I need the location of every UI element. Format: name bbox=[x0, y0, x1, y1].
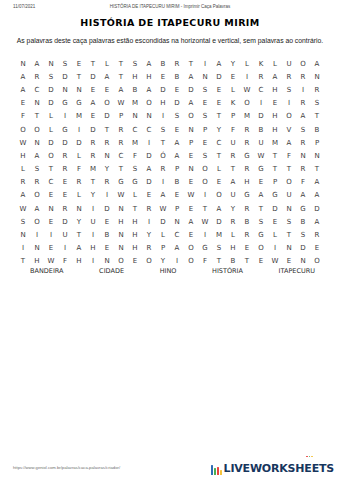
grid-cell-r11c1: A bbox=[16, 189, 30, 202]
grid-cell-r5c9: N bbox=[128, 110, 142, 123]
grid-cell-r4c8: W bbox=[114, 97, 128, 110]
grid-cell-r3c17: W bbox=[240, 83, 254, 96]
grid-cell-r13c4: D bbox=[58, 215, 72, 228]
grid-cell-r12c22: D bbox=[310, 202, 324, 215]
grid-cell-r13c9: H bbox=[128, 215, 142, 228]
grid-cell-r14c15: M bbox=[212, 228, 226, 241]
grid-cell-r7c2: N bbox=[30, 136, 44, 149]
grid-cell-r10c4: E bbox=[58, 176, 72, 189]
grid-cell-r2c15: D bbox=[212, 70, 226, 83]
instruction-text: As palavras deste caça palavras estão es… bbox=[0, 37, 340, 44]
grid-cell-r12c8: N bbox=[114, 202, 128, 215]
grid-cell-r10c1: R bbox=[16, 176, 30, 189]
grid-cell-r7c17: R bbox=[240, 136, 254, 149]
grid-cell-r3c20: S bbox=[282, 83, 296, 96]
grid-cell-r10c13: E bbox=[184, 176, 198, 189]
grid-cell-r8c8: C bbox=[114, 149, 128, 162]
grid-cell-r3c15: E bbox=[212, 83, 226, 96]
grid-cell-r6c9: C bbox=[128, 123, 142, 136]
grid-cell-r10c2: R bbox=[30, 176, 44, 189]
word-grid: NANSETLTSABRTIAYLKLUOAARSDTDATHHEBANDEIR… bbox=[16, 57, 324, 268]
grid-cell-r12c17: R bbox=[240, 202, 254, 215]
grid-cell-r1c3: N bbox=[44, 57, 58, 70]
grid-cell-r13c14: W bbox=[198, 215, 212, 228]
grid-cell-r5c8: P bbox=[114, 110, 128, 123]
grid-cell-r5c17: M bbox=[240, 110, 254, 123]
grid-cell-r14c21: S bbox=[296, 228, 310, 241]
grid-cell-r13c17: B bbox=[240, 215, 254, 228]
grid-cell-r3c12: E bbox=[170, 83, 184, 96]
grid-cell-r8c22: N bbox=[310, 149, 324, 162]
grid-cell-r13c2: O bbox=[30, 215, 44, 228]
grid-cell-r2c8: T bbox=[114, 70, 128, 83]
grid-cell-r7c12: A bbox=[170, 136, 184, 149]
print-header: 11/07/2021 HISTÓRIA DE ITAPECURU MIRIM -… bbox=[0, 4, 340, 12]
grid-cell-r5c5: M bbox=[72, 110, 86, 123]
grid-cell-r1c20: U bbox=[282, 57, 296, 70]
grid-cell-r14c9: H bbox=[128, 228, 142, 241]
grid-cell-r11c14: I bbox=[198, 189, 212, 202]
grid-cell-r7c22: P bbox=[310, 136, 324, 149]
grid-cell-r11c12: E bbox=[170, 189, 184, 202]
grid-cell-r4c9: M bbox=[128, 97, 142, 110]
grid-cell-r4c5: G bbox=[72, 97, 86, 110]
grid-cell-r5c18: D bbox=[254, 110, 268, 123]
grid-cell-r4c12: D bbox=[170, 97, 184, 110]
grid-cell-r15c1: I bbox=[16, 242, 30, 255]
grid-cell-r7c19: M bbox=[268, 136, 282, 149]
grid-cell-r15c11: P bbox=[156, 242, 170, 255]
grid-cell-r4c4: G bbox=[58, 97, 72, 110]
grid-cell-r2c2: R bbox=[30, 70, 44, 83]
grid-cell-r13c8: H bbox=[114, 215, 128, 228]
grid-cell-r2c9: H bbox=[128, 70, 142, 83]
grid-cell-r9c16: T bbox=[226, 163, 240, 176]
grid-cell-r12c2: A bbox=[30, 202, 44, 215]
grid-cell-r15c19: I bbox=[268, 242, 282, 255]
grid-cell-r8c5: L bbox=[72, 149, 86, 162]
grid-cell-r15c12: A bbox=[170, 242, 184, 255]
grid-cell-r11c18: A bbox=[254, 189, 268, 202]
grid-cell-r3c11: D bbox=[156, 83, 170, 96]
grid-cell-r8c15: T bbox=[212, 149, 226, 162]
grid-cell-r10c14: O bbox=[198, 176, 212, 189]
grid-cell-r3c19: H bbox=[268, 83, 282, 96]
grid-cell-r7c7: R bbox=[100, 136, 114, 149]
grid-cell-r7c21: R bbox=[296, 136, 310, 149]
grid-cell-r2c7: A bbox=[100, 70, 114, 83]
grid-cell-r7c4: D bbox=[58, 136, 72, 149]
grid-cell-r11c10: E bbox=[142, 189, 156, 202]
grid-cell-r1c5: E bbox=[72, 57, 86, 70]
grid-cell-r8c13: E bbox=[184, 149, 198, 162]
grid-cell-r14c12: C bbox=[170, 228, 184, 241]
grid-cell-r9c1: L bbox=[16, 163, 30, 176]
grid-cell-r1c1: N bbox=[16, 57, 30, 70]
word-list-item: HINO bbox=[160, 267, 177, 275]
grid-cell-r12c18: T bbox=[254, 202, 268, 215]
grid-cell-r14c6: I bbox=[86, 228, 100, 241]
grid-cell-r5c14: S bbox=[198, 110, 212, 123]
grid-cell-r3c10: A bbox=[142, 83, 156, 96]
logo-text-wrap: LIVEWORKSHEETS bbox=[224, 458, 334, 476]
grid-cell-r15c5: A bbox=[72, 242, 86, 255]
grid-cell-r13c20: S bbox=[282, 215, 296, 228]
grid-cell-r6c8: R bbox=[114, 123, 128, 136]
grid-cell-r15c21: D bbox=[296, 242, 310, 255]
grid-cell-r9c10: A bbox=[142, 163, 156, 176]
grid-cell-r2c21: R bbox=[296, 70, 310, 83]
grid-cell-r12c14: T bbox=[198, 202, 212, 215]
grid-cell-r5c12: S bbox=[170, 110, 184, 123]
grid-cell-r10c12: B bbox=[170, 176, 184, 189]
grid-cell-r11c5: L bbox=[72, 189, 86, 202]
grid-cell-r10c16: A bbox=[226, 176, 240, 189]
grid-cell-r12c1: W bbox=[16, 202, 30, 215]
grid-cell-r14c16: L bbox=[226, 228, 240, 241]
grid-cell-r14c2: I bbox=[30, 228, 44, 241]
grid-cell-r4c1: E bbox=[16, 97, 30, 110]
grid-cell-r8c7: N bbox=[100, 149, 114, 162]
grid-cell-r14c13: E bbox=[184, 228, 198, 241]
grid-cell-r7c3: D bbox=[44, 136, 58, 149]
grid-cell-r13c19: E bbox=[268, 215, 282, 228]
grid-cell-r13c11: D bbox=[156, 215, 170, 228]
grid-cell-r12c12: P bbox=[170, 202, 184, 215]
grid-cell-r15c7: E bbox=[100, 242, 114, 255]
liveworksheets-logo: LIVEWORKSHEETS bbox=[211, 458, 334, 476]
grid-cell-r9c3: T bbox=[44, 163, 58, 176]
grid-cell-r8c10: D bbox=[142, 149, 156, 162]
grid-cell-r15c4: I bbox=[58, 242, 72, 255]
grid-cell-r10c19: P bbox=[268, 176, 282, 189]
grid-cell-r14c5: T bbox=[72, 228, 86, 241]
grid-cell-r12c3: N bbox=[44, 202, 58, 215]
grid-cell-r2c13: A bbox=[184, 70, 198, 83]
grid-cell-r11c15: O bbox=[212, 189, 226, 202]
grid-cell-r12c6: I bbox=[86, 202, 100, 215]
grid-cell-r14c17: R bbox=[240, 228, 254, 241]
grid-cell-r14c8: N bbox=[114, 228, 128, 241]
grid-cell-r14c19: L bbox=[268, 228, 282, 241]
grid-cell-r9c9: S bbox=[128, 163, 142, 176]
grid-cell-r3c3: D bbox=[44, 83, 58, 96]
grid-cell-r10c9: G bbox=[128, 176, 142, 189]
grid-cell-r6c22: B bbox=[310, 123, 324, 136]
grid-cell-r5c3: L bbox=[44, 110, 58, 123]
grid-cell-r7c14: E bbox=[198, 136, 212, 149]
grid-cell-r1c15: A bbox=[212, 57, 226, 70]
grid-cell-r6c14: P bbox=[198, 123, 212, 136]
grid-cell-r5c11: I bbox=[156, 110, 170, 123]
grid-cell-r14c10: Y bbox=[142, 228, 156, 241]
grid-cell-r14c20: T bbox=[282, 228, 296, 241]
grid-cell-r2c22: N bbox=[310, 70, 324, 83]
grid-cell-r7c9: M bbox=[128, 136, 142, 149]
grid-cell-r11c4: E bbox=[58, 189, 72, 202]
grid-cell-r15c9: H bbox=[128, 242, 142, 255]
grid-cell-r4c7: O bbox=[100, 97, 114, 110]
grid-cell-r2c17: I bbox=[240, 70, 254, 83]
grid-cell-r12c13: E bbox=[184, 202, 198, 215]
logo-text: LIVEWORKSHEETS bbox=[224, 462, 334, 475]
grid-cell-r12c21: G bbox=[296, 202, 310, 215]
grid-cell-r15c2: N bbox=[30, 242, 44, 255]
grid-cell-r6c13: N bbox=[184, 123, 198, 136]
grid-cell-r7c13: P bbox=[184, 136, 198, 149]
grid-cell-r4c14: E bbox=[198, 97, 212, 110]
grid-cell-r6c18: B bbox=[254, 123, 268, 136]
grid-cell-r8c6: R bbox=[86, 149, 100, 162]
word-list-item: ITAPECURU bbox=[279, 267, 315, 275]
grid-cell-r13c18: S bbox=[254, 215, 268, 228]
grid-cell-r4c11: H bbox=[156, 97, 170, 110]
grid-cell-r6c2: O bbox=[30, 123, 44, 136]
grid-cell-r7c1: W bbox=[16, 136, 30, 149]
grid-cell-r5c16: P bbox=[226, 110, 240, 123]
grid-cell-r4c6: A bbox=[86, 97, 100, 110]
grid-cell-r12c9: T bbox=[128, 202, 142, 215]
grid-cell-r9c18: G bbox=[254, 163, 268, 176]
grid-cell-r13c15: D bbox=[212, 215, 226, 228]
grid-cell-r15c18: O bbox=[254, 242, 268, 255]
grid-cell-r6c6: D bbox=[86, 123, 100, 136]
grid-cell-r10c8: G bbox=[114, 176, 128, 189]
grid-cell-r9c7: Y bbox=[100, 163, 114, 176]
grid-cell-r15c13: O bbox=[184, 242, 198, 255]
grid-cell-r3c16: L bbox=[226, 83, 240, 96]
grid-cell-r5c2: T bbox=[30, 110, 44, 123]
grid-cell-r6c3: L bbox=[44, 123, 58, 136]
grid-cell-r7c16: U bbox=[226, 136, 240, 149]
grid-cell-r7c5: D bbox=[72, 136, 86, 149]
grid-cell-r12c11: W bbox=[156, 202, 170, 215]
grid-cell-r9c11: R bbox=[156, 163, 170, 176]
grid-cell-r3c7: E bbox=[100, 83, 114, 96]
grid-cell-r3c4: N bbox=[58, 83, 72, 96]
grid-cell-r2c14: N bbox=[198, 70, 212, 83]
grid-cell-r2c3: S bbox=[44, 70, 58, 83]
grid-cell-r3c14: S bbox=[198, 83, 212, 96]
grid-cell-r12c5: N bbox=[72, 202, 86, 215]
grid-cell-r6c10: C bbox=[142, 123, 156, 136]
grid-cell-r11c17: G bbox=[240, 189, 254, 202]
logo-dots-icon bbox=[306, 456, 313, 458]
grid-cell-r11c9: L bbox=[128, 189, 142, 202]
grid-cell-r8c14: S bbox=[198, 149, 212, 162]
grid-cell-r14c22: R bbox=[310, 228, 324, 241]
grid-cell-r4c21: R bbox=[296, 97, 310, 110]
grid-cell-r10c7: R bbox=[100, 176, 114, 189]
grid-cell-r15c3: E bbox=[44, 242, 58, 255]
grid-cell-r10c10: D bbox=[142, 176, 156, 189]
grid-cell-r5c21: A bbox=[296, 110, 310, 123]
grid-cell-r5c10: N bbox=[142, 110, 156, 123]
grid-cell-r11c11: A bbox=[156, 189, 170, 202]
grid-cell-r2c5: T bbox=[72, 70, 86, 83]
grid-cell-r9c14: O bbox=[198, 163, 212, 176]
word-list-item: BANDEIRA bbox=[30, 267, 64, 275]
grid-cell-r8c17: G bbox=[240, 149, 254, 162]
grid-cell-r10c15: E bbox=[212, 176, 226, 189]
grid-cell-r8c4: R bbox=[58, 149, 72, 162]
grid-cell-r1c18: K bbox=[254, 57, 268, 70]
grid-cell-r2c1: A bbox=[16, 70, 30, 83]
grid-cell-r7c20: A bbox=[282, 136, 296, 149]
grid-cell-r12c19: D bbox=[268, 202, 282, 215]
grid-cell-r12c10: R bbox=[142, 202, 156, 215]
grid-cell-r11c20: U bbox=[282, 189, 296, 202]
grid-cell-r9c8: T bbox=[114, 163, 128, 176]
grid-cell-r11c7: I bbox=[100, 189, 114, 202]
grid-cell-r5c6: E bbox=[86, 110, 100, 123]
grid-cell-r11c3: E bbox=[44, 189, 58, 202]
word-list: BANDEIRACIDADEHINOHISTÓRIAITAPECURU bbox=[0, 267, 340, 275]
grid-cell-r8c3: O bbox=[44, 149, 58, 162]
grid-cell-r3c13: D bbox=[184, 83, 198, 96]
grid-cell-r6c12: E bbox=[170, 123, 184, 136]
grid-cell-r1c4: S bbox=[58, 57, 72, 70]
grid-cell-r6c11: S bbox=[156, 123, 170, 136]
grid-cell-r5c15: T bbox=[212, 110, 226, 123]
grid-cell-r4c16: K bbox=[226, 97, 240, 110]
grid-cell-r1c19: L bbox=[268, 57, 282, 70]
grid-cell-r13c1: S bbox=[16, 215, 30, 228]
grid-cell-r14c4: U bbox=[58, 228, 72, 241]
grid-cell-r8c20: F bbox=[282, 149, 296, 162]
grid-cell-r9c15: L bbox=[212, 163, 226, 176]
grid-cell-r15c14: G bbox=[198, 242, 212, 255]
grid-cell-r6c7: T bbox=[100, 123, 114, 136]
grid-cell-r4c19: E bbox=[268, 97, 282, 110]
grid-cell-r7c6: R bbox=[86, 136, 100, 149]
grid-cell-r2c12: B bbox=[170, 70, 184, 83]
grid-cell-r2c11: E bbox=[156, 70, 170, 83]
grid-cell-r4c20: I bbox=[282, 97, 296, 110]
grid-cell-r1c10: A bbox=[142, 57, 156, 70]
grid-cell-r8c19: T bbox=[268, 149, 282, 162]
grid-cell-r8c9: F bbox=[128, 149, 142, 162]
word-list-item: HISTÓRIA bbox=[212, 267, 243, 275]
grid-cell-r11c16: U bbox=[226, 189, 240, 202]
grid-cell-r13c12: N bbox=[170, 215, 184, 228]
grid-cell-r10c21: F bbox=[296, 176, 310, 189]
grid-cell-r13c7: E bbox=[100, 215, 114, 228]
grid-cell-r6c1: O bbox=[16, 123, 30, 136]
grid-cell-r6c16: F bbox=[226, 123, 240, 136]
grid-cell-r9c19: T bbox=[268, 163, 282, 176]
grid-cell-r6c4: G bbox=[58, 123, 72, 136]
grid-cell-r3c18: C bbox=[254, 83, 268, 96]
grid-cell-r10c20: O bbox=[282, 176, 296, 189]
grid-cell-r9c20: T bbox=[282, 163, 296, 176]
grid-cell-r14c1: N bbox=[16, 228, 30, 241]
grid-cell-r11c2: O bbox=[30, 189, 44, 202]
grid-cell-r11c13: W bbox=[184, 189, 198, 202]
grid-cell-r4c10: O bbox=[142, 97, 156, 110]
grid-cell-r13c21: B bbox=[296, 215, 310, 228]
grid-cell-r8c16: R bbox=[226, 149, 240, 162]
grid-cell-r10c18: E bbox=[254, 176, 268, 189]
grid-cell-r6c21: S bbox=[296, 123, 310, 136]
grid-cell-r5c20: O bbox=[282, 110, 296, 123]
grid-cell-r13c13: A bbox=[184, 215, 198, 228]
grid-cell-r2c4: D bbox=[58, 70, 72, 83]
grid-cell-r3c1: A bbox=[16, 83, 30, 96]
grid-cell-r9c12: P bbox=[170, 163, 184, 176]
grid-cell-r10c3: C bbox=[44, 176, 58, 189]
grid-cell-r10c11: I bbox=[156, 176, 170, 189]
grid-cell-r9c21: R bbox=[296, 163, 310, 176]
grid-cell-r6c19: H bbox=[268, 123, 282, 136]
page-title: HISTÓRIA DE ITAPECURU MIRIM bbox=[0, 17, 340, 28]
grid-cell-r15c22: E bbox=[310, 242, 324, 255]
grid-cell-r5c7: D bbox=[100, 110, 114, 123]
grid-cell-r11c19: G bbox=[268, 189, 282, 202]
grid-cell-r5c4: I bbox=[58, 110, 72, 123]
grid-cell-r2c18: R bbox=[254, 70, 268, 83]
grid-cell-r5c13: O bbox=[184, 110, 198, 123]
grid-cell-r15c10: R bbox=[142, 242, 156, 255]
grid-cell-r15c17: E bbox=[240, 242, 254, 255]
grid-cell-r1c13: T bbox=[184, 57, 198, 70]
grid-cell-r7c10: I bbox=[142, 136, 156, 149]
grid-cell-r2c20: R bbox=[282, 70, 296, 83]
grid-cell-r1c8: T bbox=[114, 57, 128, 70]
grid-cell-r4c18: I bbox=[254, 97, 268, 110]
grid-cell-r7c15: C bbox=[212, 136, 226, 149]
grid-cell-r1c17: L bbox=[240, 57, 254, 70]
grid-cell-r1c21: O bbox=[296, 57, 310, 70]
grid-cell-r6c5: I bbox=[72, 123, 86, 136]
grid-cell-r2c10: H bbox=[142, 70, 156, 83]
grid-cell-r3c2: C bbox=[30, 83, 44, 96]
grid-cell-r4c22: S bbox=[310, 97, 324, 110]
grid-cell-r13c16: R bbox=[226, 215, 240, 228]
liveworksheets-bars-icon bbox=[211, 464, 222, 476]
grid-cell-r9c2: S bbox=[30, 163, 44, 176]
grid-cell-r3c6: E bbox=[86, 83, 100, 96]
grid-cell-r1c22: A bbox=[310, 57, 324, 70]
grid-cell-r1c2: A bbox=[30, 57, 44, 70]
grid-cell-r5c19: H bbox=[268, 110, 282, 123]
grid-cell-r11c6: Y bbox=[86, 189, 100, 202]
grid-cell-r2c19: A bbox=[268, 70, 282, 83]
grid-cell-r1c11: B bbox=[156, 57, 170, 70]
grid-cell-r9c6: M bbox=[86, 163, 100, 176]
grid-cell-r10c6: T bbox=[86, 176, 100, 189]
grid-cell-r2c6: D bbox=[86, 70, 100, 83]
grid-cell-r1c6: T bbox=[86, 57, 100, 70]
grid-cell-r4c3: D bbox=[44, 97, 58, 110]
grid-cell-r6c20: V bbox=[282, 123, 296, 136]
grid-cell-r8c2: A bbox=[30, 149, 44, 162]
grid-cell-r6c17: R bbox=[240, 123, 254, 136]
grid-cell-r3c9: B bbox=[128, 83, 142, 96]
grid-cell-r9c22: T bbox=[310, 163, 324, 176]
grid-cell-r5c22: T bbox=[310, 110, 324, 123]
grid-cell-r3c22: R bbox=[310, 83, 324, 96]
grid-cell-r12c4: R bbox=[58, 202, 72, 215]
grid-cell-r10c17: H bbox=[240, 176, 254, 189]
grid-cell-r9c17: R bbox=[240, 163, 254, 176]
grid-cell-r8c11: Ó bbox=[156, 149, 170, 162]
word-list-item: CIDADE bbox=[99, 267, 124, 275]
grid-cell-r13c3: E bbox=[44, 215, 58, 228]
grid-cell-r10c5: R bbox=[72, 176, 86, 189]
grid-cell-r8c18: W bbox=[254, 149, 268, 162]
grid-cell-r15c20: N bbox=[282, 242, 296, 255]
